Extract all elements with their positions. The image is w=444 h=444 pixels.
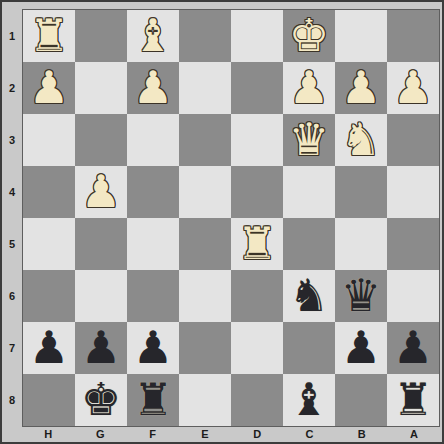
white-pawn-icon: ♟ bbox=[81, 169, 121, 214]
square-c2[interactable]: ♟ bbox=[283, 62, 335, 114]
rank-label-3: 3 bbox=[2, 114, 22, 166]
square-c7[interactable] bbox=[283, 322, 335, 374]
square-b7[interactable]: ♟ bbox=[335, 322, 387, 374]
black-rook-icon: ♜ bbox=[133, 377, 173, 422]
white-rook-icon: ♜ bbox=[237, 221, 277, 266]
white-pawn-icon: ♟ bbox=[393, 65, 433, 110]
black-bishop-icon: ♝ bbox=[289, 377, 329, 422]
square-f8[interactable]: ♜ bbox=[127, 374, 179, 426]
square-g7[interactable]: ♟ bbox=[75, 322, 127, 374]
black-king-icon: ♚ bbox=[81, 377, 121, 422]
square-f6[interactable] bbox=[127, 270, 179, 322]
square-e7[interactable] bbox=[179, 322, 231, 374]
square-a3[interactable] bbox=[387, 114, 439, 166]
square-b2[interactable]: ♟ bbox=[335, 62, 387, 114]
square-d6[interactable] bbox=[231, 270, 283, 322]
white-king-icon: ♚ bbox=[289, 13, 329, 58]
rank-label-4: 4 bbox=[2, 166, 22, 218]
square-h5[interactable] bbox=[23, 218, 75, 270]
square-b6[interactable]: ♛ bbox=[335, 270, 387, 322]
square-g2[interactable] bbox=[75, 62, 127, 114]
square-d2[interactable] bbox=[231, 62, 283, 114]
square-b4[interactable] bbox=[335, 166, 387, 218]
square-a2[interactable]: ♟ bbox=[387, 62, 439, 114]
square-h8[interactable] bbox=[23, 374, 75, 426]
file-label-c: C bbox=[283, 428, 335, 441]
square-a7[interactable]: ♟ bbox=[387, 322, 439, 374]
black-pawn-icon: ♟ bbox=[81, 325, 121, 370]
square-b5[interactable] bbox=[335, 218, 387, 270]
square-c3[interactable]: ♛ bbox=[283, 114, 335, 166]
square-g5[interactable] bbox=[75, 218, 127, 270]
rank-label-5: 5 bbox=[2, 218, 22, 270]
file-label-d: D bbox=[231, 428, 283, 441]
square-h1[interactable]: ♜ bbox=[23, 10, 75, 62]
file-label-e: E bbox=[179, 428, 231, 441]
file-label-b: B bbox=[336, 428, 388, 441]
square-a4[interactable] bbox=[387, 166, 439, 218]
white-knight-icon: ♞ bbox=[341, 117, 381, 162]
file-label-f: F bbox=[127, 428, 179, 441]
square-c5[interactable] bbox=[283, 218, 335, 270]
square-f1[interactable]: ♝ bbox=[127, 10, 179, 62]
black-pawn-icon: ♟ bbox=[341, 325, 381, 370]
square-g6[interactable] bbox=[75, 270, 127, 322]
square-d8[interactable] bbox=[231, 374, 283, 426]
rank-label-2: 2 bbox=[2, 62, 22, 114]
square-d4[interactable] bbox=[231, 166, 283, 218]
black-pawn-icon: ♟ bbox=[29, 325, 69, 370]
square-f2[interactable]: ♟ bbox=[127, 62, 179, 114]
square-f7[interactable]: ♟ bbox=[127, 322, 179, 374]
rank-label-6: 6 bbox=[2, 270, 22, 322]
white-pawn-icon: ♟ bbox=[29, 65, 69, 110]
square-b3[interactable]: ♞ bbox=[335, 114, 387, 166]
square-d1[interactable] bbox=[231, 10, 283, 62]
square-a8[interactable]: ♜ bbox=[387, 374, 439, 426]
square-a1[interactable] bbox=[387, 10, 439, 62]
file-label-a: A bbox=[388, 428, 440, 441]
square-f3[interactable] bbox=[127, 114, 179, 166]
white-pawn-icon: ♟ bbox=[133, 65, 173, 110]
square-f5[interactable] bbox=[127, 218, 179, 270]
square-f4[interactable] bbox=[127, 166, 179, 218]
square-e5[interactable] bbox=[179, 218, 231, 270]
square-a6[interactable] bbox=[387, 270, 439, 322]
rank-label-7: 7 bbox=[2, 322, 22, 374]
white-pawn-icon: ♟ bbox=[289, 65, 329, 110]
square-e3[interactable] bbox=[179, 114, 231, 166]
square-h4[interactable] bbox=[23, 166, 75, 218]
white-pawn-icon: ♟ bbox=[341, 65, 381, 110]
white-bishop-icon: ♝ bbox=[133, 13, 173, 58]
square-d3[interactable] bbox=[231, 114, 283, 166]
file-label-g: G bbox=[74, 428, 126, 441]
square-c1[interactable]: ♚ bbox=[283, 10, 335, 62]
square-c4[interactable] bbox=[283, 166, 335, 218]
square-d7[interactable] bbox=[231, 322, 283, 374]
square-b8[interactable] bbox=[335, 374, 387, 426]
file-labels: HGFEDCBA bbox=[22, 428, 440, 441]
square-g8[interactable]: ♚ bbox=[75, 374, 127, 426]
black-queen-icon: ♛ bbox=[341, 273, 381, 318]
square-c8[interactable]: ♝ bbox=[283, 374, 335, 426]
square-e4[interactable] bbox=[179, 166, 231, 218]
square-e6[interactable] bbox=[179, 270, 231, 322]
square-g1[interactable] bbox=[75, 10, 127, 62]
square-g3[interactable] bbox=[75, 114, 127, 166]
square-b1[interactable] bbox=[335, 10, 387, 62]
rank-label-1: 1 bbox=[2, 10, 22, 62]
white-queen-icon: ♛ bbox=[289, 117, 329, 162]
square-d5[interactable]: ♜ bbox=[231, 218, 283, 270]
square-g4[interactable]: ♟ bbox=[75, 166, 127, 218]
white-rook-icon: ♜ bbox=[29, 13, 69, 58]
square-c6[interactable]: ♞ bbox=[283, 270, 335, 322]
rank-labels: 12345678 bbox=[2, 10, 22, 426]
black-pawn-icon: ♟ bbox=[393, 325, 433, 370]
square-h3[interactable] bbox=[23, 114, 75, 166]
square-h6[interactable] bbox=[23, 270, 75, 322]
black-pawn-icon: ♟ bbox=[133, 325, 173, 370]
chess-diagram-frame: 12345678 ♜♝♚♟♟♟♟♟♛♞♟♜♞♛♟♟♟♟♟♚♜♝♜ HGFEDCB… bbox=[0, 0, 444, 444]
black-rook-icon: ♜ bbox=[393, 377, 433, 422]
rank-label-8: 8 bbox=[2, 374, 22, 426]
chessboard: ♜♝♚♟♟♟♟♟♛♞♟♜♞♛♟♟♟♟♟♚♜♝♜ bbox=[22, 9, 440, 427]
square-h7[interactable]: ♟ bbox=[23, 322, 75, 374]
square-e2[interactable] bbox=[179, 62, 231, 114]
square-e8[interactable] bbox=[179, 374, 231, 426]
black-knight-icon: ♞ bbox=[289, 273, 329, 318]
square-a5[interactable] bbox=[387, 218, 439, 270]
square-h2[interactable]: ♟ bbox=[23, 62, 75, 114]
square-e1[interactable] bbox=[179, 10, 231, 62]
file-label-h: H bbox=[22, 428, 74, 441]
